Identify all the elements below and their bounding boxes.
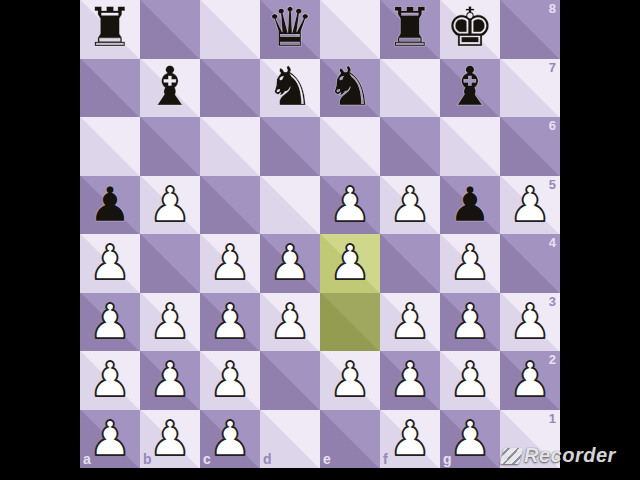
rank-label-8: 8 xyxy=(549,2,556,15)
file-label-d: d xyxy=(263,452,272,466)
white-pawn[interactable]: ♟ xyxy=(88,414,131,462)
square-f8[interactable]: ♜ xyxy=(380,0,440,59)
white-pawn[interactable]: ♟ xyxy=(148,297,191,345)
white-pawn[interactable]: ♟ xyxy=(448,355,491,403)
white-pawn[interactable]: ♟ xyxy=(388,180,431,228)
rank-label-1: 1 xyxy=(549,412,556,425)
file-label-e: e xyxy=(323,452,331,466)
square-h4[interactable]: 4 xyxy=(500,234,560,293)
square-a2[interactable]: ♟ xyxy=(80,351,140,410)
square-d1[interactable]: d xyxy=(260,410,320,469)
square-h2[interactable]: 2♟ xyxy=(500,351,560,410)
square-a1[interactable]: a♟ xyxy=(80,410,140,469)
square-f1[interactable]: f♟ xyxy=(380,410,440,469)
square-e4[interactable]: ♟ xyxy=(320,234,380,293)
square-d8[interactable]: ♛ xyxy=(260,0,320,59)
square-f2[interactable]: ♟ xyxy=(380,351,440,410)
square-g6[interactable] xyxy=(440,117,500,176)
square-a8[interactable]: ♜ xyxy=(80,0,140,59)
white-pawn[interactable]: ♟ xyxy=(268,297,311,345)
black-rook[interactable]: ♜ xyxy=(386,1,434,55)
square-c4[interactable]: ♟ xyxy=(200,234,260,293)
square-f3[interactable]: ♟ xyxy=(380,293,440,352)
square-b7[interactable]: ♝ xyxy=(140,59,200,118)
white-pawn[interactable]: ♟ xyxy=(328,180,371,228)
square-a5[interactable]: ♟ xyxy=(80,176,140,235)
file-label-f: f xyxy=(383,452,388,466)
square-b2[interactable]: ♟ xyxy=(140,351,200,410)
white-pawn[interactable]: ♟ xyxy=(328,238,371,286)
square-b6[interactable] xyxy=(140,117,200,176)
black-bishop[interactable]: ♝ xyxy=(446,60,494,114)
rank-label-6: 6 xyxy=(549,119,556,132)
square-d3[interactable]: ♟ xyxy=(260,293,320,352)
black-knight[interactable]: ♞ xyxy=(266,60,314,114)
white-pawn[interactable]: ♟ xyxy=(148,355,191,403)
white-pawn[interactable]: ♟ xyxy=(508,180,551,228)
square-b4[interactable] xyxy=(140,234,200,293)
square-e3[interactable] xyxy=(320,293,380,352)
white-pawn[interactable]: ♟ xyxy=(448,414,491,462)
square-e2[interactable]: ♟ xyxy=(320,351,380,410)
black-bishop[interactable]: ♝ xyxy=(146,60,194,114)
white-pawn[interactable]: ♟ xyxy=(208,297,251,345)
chess-board: ♜♛♜♚8♝♞♞♝76♟♟♟♟♟5♟♟♟♟♟♟4♟♟♟♟♟♟3♟♟♟♟♟♟♟2♟… xyxy=(80,0,560,468)
white-pawn[interactable]: ♟ xyxy=(448,297,491,345)
square-e6[interactable] xyxy=(320,117,380,176)
square-c8[interactable] xyxy=(200,0,260,59)
white-pawn[interactable]: ♟ xyxy=(148,414,191,462)
square-e7[interactable]: ♞ xyxy=(320,59,380,118)
square-h8[interactable]: 8 xyxy=(500,0,560,59)
square-h6[interactable]: 6 xyxy=(500,117,560,176)
square-h5[interactable]: 5♟ xyxy=(500,176,560,235)
square-f7[interactable] xyxy=(380,59,440,118)
square-d4[interactable]: ♟ xyxy=(260,234,320,293)
black-queen[interactable]: ♛ xyxy=(266,1,314,55)
white-pawn[interactable]: ♟ xyxy=(388,297,431,345)
black-king[interactable]: ♚ xyxy=(446,1,494,55)
white-pawn[interactable]: ♟ xyxy=(508,297,551,345)
square-b3[interactable]: ♟ xyxy=(140,293,200,352)
white-pawn[interactable]: ♟ xyxy=(88,355,131,403)
square-f4[interactable] xyxy=(380,234,440,293)
white-pawn[interactable]: ♟ xyxy=(208,238,251,286)
square-d5[interactable] xyxy=(260,176,320,235)
square-h3[interactable]: 3♟ xyxy=(500,293,560,352)
screen: ♜♛♜♚8♝♞♞♝76♟♟♟♟♟5♟♟♟♟♟♟4♟♟♟♟♟♟3♟♟♟♟♟♟♟2♟… xyxy=(0,0,640,480)
black-knight[interactable]: ♞ xyxy=(326,60,374,114)
rank-label-4: 4 xyxy=(549,236,556,249)
file-label-h: h xyxy=(503,452,512,466)
square-c2[interactable]: ♟ xyxy=(200,351,260,410)
white-pawn[interactable]: ♟ xyxy=(388,414,431,462)
square-b1[interactable]: b♟ xyxy=(140,410,200,469)
white-pawn[interactable]: ♟ xyxy=(208,355,251,403)
white-pawn[interactable]: ♟ xyxy=(88,238,131,286)
white-pawn[interactable]: ♟ xyxy=(388,355,431,403)
square-a4[interactable]: ♟ xyxy=(80,234,140,293)
square-c5[interactable] xyxy=(200,176,260,235)
square-b8[interactable] xyxy=(140,0,200,59)
square-a6[interactable] xyxy=(80,117,140,176)
square-a3[interactable]: ♟ xyxy=(80,293,140,352)
square-e8[interactable] xyxy=(320,0,380,59)
square-e5[interactable]: ♟ xyxy=(320,176,380,235)
square-d2[interactable] xyxy=(260,351,320,410)
square-f5[interactable]: ♟ xyxy=(380,176,440,235)
white-pawn[interactable]: ♟ xyxy=(208,414,251,462)
square-c6[interactable] xyxy=(200,117,260,176)
white-pawn[interactable]: ♟ xyxy=(148,180,191,228)
square-c1[interactable]: c♟ xyxy=(200,410,260,469)
square-g5[interactable]: ♟ xyxy=(440,176,500,235)
square-g1[interactable]: g♟ xyxy=(440,410,500,469)
white-pawn[interactable]: ♟ xyxy=(268,238,311,286)
square-h1[interactable]: 1h xyxy=(500,410,560,469)
square-h7[interactable]: 7 xyxy=(500,59,560,118)
square-c7[interactable] xyxy=(200,59,260,118)
square-c3[interactable]: ♟ xyxy=(200,293,260,352)
square-a7[interactable] xyxy=(80,59,140,118)
black-pawn[interactable]: ♟ xyxy=(448,180,491,228)
square-g4[interactable]: ♟ xyxy=(440,234,500,293)
square-d7[interactable]: ♞ xyxy=(260,59,320,118)
white-pawn[interactable]: ♟ xyxy=(328,355,371,403)
black-rook[interactable]: ♜ xyxy=(86,1,134,55)
white-pawn[interactable]: ♟ xyxy=(508,355,551,403)
rank-label-7: 7 xyxy=(549,61,556,74)
square-e1[interactable]: e xyxy=(320,410,380,469)
square-g8[interactable]: ♚ xyxy=(440,0,500,59)
black-pawn[interactable]: ♟ xyxy=(88,180,131,228)
square-g2[interactable]: ♟ xyxy=(440,351,500,410)
white-pawn[interactable]: ♟ xyxy=(88,297,131,345)
square-g3[interactable]: ♟ xyxy=(440,293,500,352)
white-pawn[interactable]: ♟ xyxy=(448,238,491,286)
square-f6[interactable] xyxy=(380,117,440,176)
square-d6[interactable] xyxy=(260,117,320,176)
square-g7[interactable]: ♝ xyxy=(440,59,500,118)
square-b5[interactable]: ♟ xyxy=(140,176,200,235)
